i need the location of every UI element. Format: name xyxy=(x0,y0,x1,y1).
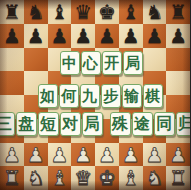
piece-black-bishop[interactable]: ♝ xyxy=(119,0,143,24)
caption-char-tile: 心 xyxy=(81,51,101,75)
caption-char-tile: 局 xyxy=(82,112,103,136)
caption-char-tile: 短 xyxy=(38,112,59,136)
caption-char-tile: 三 xyxy=(0,112,15,136)
caption-char-tile: 局 xyxy=(123,51,143,75)
square-f1[interactable]: ♝ xyxy=(119,166,143,190)
chess-video-frame: ♜♞♝♛♚♝♞♜♟♟♟♟♟♟♟♟♟♟♟♟♟♟♟♟♜♞♝♛♚♝♞♜ 中心开局 如何… xyxy=(0,0,190,190)
piece-white-knight[interactable]: ♞ xyxy=(143,166,167,190)
caption-group: 殊途同归 xyxy=(110,112,191,136)
square-e7[interactable]: ♟ xyxy=(95,24,119,48)
square-d8[interactable]: ♛ xyxy=(71,0,95,24)
piece-black-knight[interactable]: ♞ xyxy=(24,0,48,24)
square-d2[interactable]: ♟ xyxy=(71,143,95,167)
piece-black-rook[interactable]: ♜ xyxy=(166,0,190,24)
square-h7[interactable]: ♟ xyxy=(166,24,190,48)
piece-white-pawn[interactable]: ♟ xyxy=(166,143,190,167)
square-f8[interactable]: ♝ xyxy=(119,0,143,24)
piece-white-bishop[interactable]: ♝ xyxy=(48,166,72,190)
square-c1[interactable]: ♝ xyxy=(48,166,72,190)
square-b8[interactable]: ♞ xyxy=(24,0,48,24)
piece-white-pawn[interactable]: ♟ xyxy=(24,143,48,167)
square-e1[interactable]: ♚ xyxy=(95,166,119,190)
caption-group: 如何九步输棋 xyxy=(38,84,163,108)
piece-black-pawn[interactable]: ♟ xyxy=(24,24,48,48)
square-d7[interactable]: ♟ xyxy=(71,24,95,48)
caption-char-tile: 何 xyxy=(59,84,79,108)
square-h1[interactable]: ♜ xyxy=(166,166,190,190)
piece-black-queen[interactable]: ♛ xyxy=(71,0,95,24)
piece-white-bishop[interactable]: ♝ xyxy=(119,166,143,190)
caption-char-tile: 盘 xyxy=(16,112,37,136)
piece-white-pawn[interactable]: ♟ xyxy=(71,143,95,167)
piece-black-knight[interactable]: ♞ xyxy=(143,0,167,24)
piece-white-rook[interactable]: ♜ xyxy=(166,166,190,190)
piece-white-queen[interactable]: ♛ xyxy=(71,166,95,190)
caption-char-tile: 途 xyxy=(132,112,153,136)
piece-black-pawn[interactable]: ♟ xyxy=(0,24,24,48)
square-b7[interactable]: ♟ xyxy=(24,24,48,48)
piece-black-king[interactable]: ♚ xyxy=(95,0,119,24)
caption-char-tile: 对 xyxy=(60,112,81,136)
square-f7[interactable]: ♟ xyxy=(119,24,143,48)
piece-white-pawn[interactable]: ♟ xyxy=(119,143,143,167)
square-h2[interactable]: ♟ xyxy=(166,143,190,167)
square-g8[interactable]: ♞ xyxy=(143,0,167,24)
square-h8[interactable]: ♜ xyxy=(166,0,190,24)
caption-char-tile: 归 xyxy=(176,112,191,136)
square-f2[interactable]: ♟ xyxy=(119,143,143,167)
caption-char-tile: 棋 xyxy=(143,84,163,108)
square-g2[interactable]: ♟ xyxy=(143,143,167,167)
caption-group: 三盘短对局 xyxy=(0,112,103,136)
square-g7[interactable]: ♟ xyxy=(143,24,167,48)
piece-black-rook[interactable]: ♜ xyxy=(0,0,24,24)
caption-line-2: 如何九步输棋 xyxy=(5,84,190,108)
piece-white-pawn[interactable]: ♟ xyxy=(48,143,72,167)
piece-white-pawn[interactable]: ♟ xyxy=(95,143,119,167)
piece-black-pawn[interactable]: ♟ xyxy=(166,24,190,48)
square-c7[interactable]: ♟ xyxy=(48,24,72,48)
piece-black-bishop[interactable]: ♝ xyxy=(48,0,72,24)
caption-line-1: 中心开局 xyxy=(6,51,190,75)
caption-char-tile: 中 xyxy=(60,51,80,75)
caption-char-tile: 如 xyxy=(38,84,58,108)
piece-white-pawn[interactable]: ♟ xyxy=(0,143,24,167)
piece-black-pawn[interactable]: ♟ xyxy=(119,24,143,48)
caption-line-3: 三盘短对局殊途同归 xyxy=(0,112,190,136)
square-c8[interactable]: ♝ xyxy=(48,0,72,24)
square-b1[interactable]: ♞ xyxy=(24,166,48,190)
caption-char-tile: 步 xyxy=(101,84,121,108)
caption-char-tile: 输 xyxy=(122,84,142,108)
caption-group: 中心开局 xyxy=(60,51,143,75)
square-e8[interactable]: ♚ xyxy=(95,0,119,24)
caption-char-tile: 同 xyxy=(154,112,175,136)
piece-white-rook[interactable]: ♜ xyxy=(0,166,24,190)
piece-black-pawn[interactable]: ♟ xyxy=(143,24,167,48)
square-b2[interactable]: ♟ xyxy=(24,143,48,167)
piece-black-pawn[interactable]: ♟ xyxy=(48,24,72,48)
square-a1[interactable]: ♜ xyxy=(0,166,24,190)
square-e2[interactable]: ♟ xyxy=(95,143,119,167)
square-a2[interactable]: ♟ xyxy=(0,143,24,167)
piece-white-knight[interactable]: ♞ xyxy=(24,166,48,190)
piece-white-king[interactable]: ♚ xyxy=(95,166,119,190)
square-d1[interactable]: ♛ xyxy=(71,166,95,190)
square-a8[interactable]: ♜ xyxy=(0,0,24,24)
piece-black-pawn[interactable]: ♟ xyxy=(95,24,119,48)
square-g1[interactable]: ♞ xyxy=(143,166,167,190)
piece-black-pawn[interactable]: ♟ xyxy=(71,24,95,48)
caption-char-tile: 开 xyxy=(102,51,122,75)
piece-white-pawn[interactable]: ♟ xyxy=(143,143,167,167)
caption-char-tile: 殊 xyxy=(110,112,131,136)
square-a7[interactable]: ♟ xyxy=(0,24,24,48)
caption-char-tile: 九 xyxy=(80,84,100,108)
square-c2[interactable]: ♟ xyxy=(48,143,72,167)
